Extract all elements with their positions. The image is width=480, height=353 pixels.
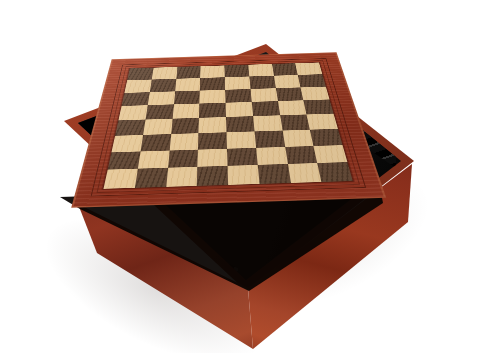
board-square-r3c3 bbox=[174, 90, 200, 104]
board-grid bbox=[103, 62, 352, 188]
board-square-r1c6 bbox=[248, 64, 273, 76]
board-square-r6c3 bbox=[169, 133, 198, 150]
board-square-r8c4 bbox=[197, 166, 228, 186]
board-square-r7c5 bbox=[227, 148, 258, 166]
board-square-r1c3 bbox=[176, 66, 201, 78]
board-square-r8c6 bbox=[258, 164, 291, 184]
board-square-r3c8 bbox=[301, 86, 330, 100]
board-square-r5c3 bbox=[171, 118, 199, 134]
board-square-r3c4 bbox=[200, 90, 226, 104]
board-square-r2c7 bbox=[274, 75, 301, 88]
board-square-r2c2 bbox=[150, 79, 176, 92]
board-frame bbox=[71, 52, 386, 208]
board-square-r5c4 bbox=[199, 117, 227, 133]
board-square-r5c8 bbox=[307, 114, 338, 130]
board-square-r7c4 bbox=[198, 148, 228, 166]
chess-board bbox=[71, 52, 386, 208]
board-square-r5c1 bbox=[115, 120, 145, 136]
board-square-r2c3 bbox=[175, 78, 201, 91]
board-square-r6c4 bbox=[198, 132, 227, 149]
board-square-r1c2 bbox=[152, 67, 177, 79]
board-square-r8c3 bbox=[166, 167, 198, 187]
board-square-r6c2 bbox=[140, 134, 170, 151]
board-square-r2c8 bbox=[298, 74, 326, 87]
board-square-r6c1 bbox=[112, 135, 143, 152]
board-square-r8c8 bbox=[317, 162, 352, 182]
board-square-r1c7 bbox=[272, 63, 298, 75]
board-square-r4c8 bbox=[304, 100, 334, 115]
board-square-r7c1 bbox=[108, 151, 141, 170]
scene-root bbox=[0, 0, 480, 353]
board-square-r3c2 bbox=[148, 91, 175, 105]
board-square-r3c5 bbox=[225, 89, 251, 103]
board-square-r3c1 bbox=[122, 92, 150, 106]
board-square-r8c7 bbox=[287, 163, 321, 183]
board-square-r3c7 bbox=[275, 87, 303, 101]
board-square-r4c7 bbox=[278, 100, 307, 115]
board-square-r4c6 bbox=[252, 101, 280, 116]
board-square-r8c1 bbox=[103, 169, 137, 189]
board-square-r1c4 bbox=[200, 65, 224, 77]
board-square-r6c6 bbox=[254, 130, 284, 147]
board-square-r7c7 bbox=[285, 146, 318, 164]
board-square-r1c1 bbox=[127, 68, 153, 81]
board-square-r8c5 bbox=[228, 165, 260, 185]
board-square-r4c2 bbox=[145, 104, 173, 119]
board-square-r6c5 bbox=[226, 131, 255, 148]
board-square-r1c8 bbox=[295, 62, 322, 74]
board-square-r7c8 bbox=[314, 145, 348, 163]
board-square-r1c5 bbox=[224, 65, 249, 77]
board-square-r2c6 bbox=[249, 76, 275, 89]
board-square-r2c5 bbox=[225, 76, 251, 89]
board-square-r7c2 bbox=[138, 150, 170, 169]
board-square-r7c6 bbox=[256, 147, 288, 165]
board-square-r2c1 bbox=[124, 79, 151, 92]
board-square-r7c3 bbox=[168, 149, 199, 168]
board-square-r4c5 bbox=[226, 102, 253, 117]
board-square-r6c8 bbox=[310, 129, 342, 146]
board-square-r4c3 bbox=[172, 104, 199, 119]
board-square-r2c4 bbox=[200, 77, 225, 90]
board-square-r5c7 bbox=[280, 114, 310, 130]
board-square-r5c2 bbox=[143, 119, 172, 135]
board-square-r5c6 bbox=[253, 115, 282, 131]
board-square-r8c2 bbox=[135, 168, 168, 188]
board-square-r3c6 bbox=[250, 88, 277, 102]
board-square-r5c5 bbox=[226, 116, 254, 132]
board-square-r6c7 bbox=[282, 130, 313, 147]
board-square-r4c4 bbox=[199, 103, 226, 118]
board-square-r4c1 bbox=[118, 105, 147, 120]
